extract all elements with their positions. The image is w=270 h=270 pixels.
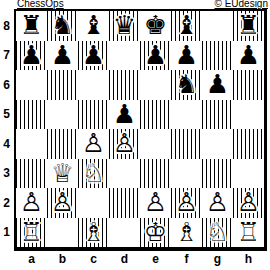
square-c5[interactable] bbox=[78, 100, 109, 130]
piece-white-rook-h1[interactable]: ♖ bbox=[237, 218, 260, 247]
square-h5[interactable] bbox=[233, 100, 264, 130]
piece-black-rook-a8[interactable]: ♜ bbox=[20, 11, 43, 40]
rank-label-5: 5 bbox=[0, 100, 13, 130]
rank-label-8: 8 bbox=[0, 11, 13, 41]
piece-black-pawn-b7[interactable]: ♟ bbox=[51, 41, 74, 70]
square-a2[interactable]: ♙ bbox=[16, 188, 47, 218]
square-f3[interactable] bbox=[171, 159, 202, 189]
square-g7[interactable] bbox=[202, 41, 233, 71]
piece-white-pawn-e2[interactable]: ♙ bbox=[144, 188, 167, 217]
square-h4[interactable] bbox=[233, 129, 264, 159]
square-b5[interactable] bbox=[47, 100, 78, 130]
square-b4[interactable] bbox=[47, 129, 78, 159]
square-c6[interactable] bbox=[78, 70, 109, 100]
square-b8[interactable]: ♞ bbox=[47, 11, 78, 41]
square-d6[interactable] bbox=[109, 70, 140, 100]
square-h7[interactable]: ♟ bbox=[233, 41, 264, 71]
square-e1[interactable]: ♔ bbox=[140, 218, 171, 248]
square-g1[interactable]: ♘ bbox=[202, 218, 233, 248]
piece-white-pawn-b2[interactable]: ♙ bbox=[51, 188, 74, 217]
square-h1[interactable]: ♖ bbox=[233, 218, 264, 248]
rank-label-6: 6 bbox=[0, 70, 13, 100]
square-b3[interactable]: ♕ bbox=[47, 159, 78, 189]
chessops-window: ChessOps © EUdesign 8 7 6 5 4 3 2 1 ♜♞♝♛… bbox=[0, 0, 270, 270]
square-b7[interactable]: ♟ bbox=[47, 41, 78, 71]
piece-black-pawn-c7[interactable]: ♟ bbox=[82, 41, 105, 70]
piece-white-pawn-f2[interactable]: ♙ bbox=[175, 188, 198, 217]
piece-black-pawn-f7[interactable]: ♟ bbox=[175, 41, 198, 70]
square-d2[interactable] bbox=[109, 188, 140, 218]
piece-black-pawn-e7[interactable]: ♟ bbox=[144, 41, 167, 70]
square-c1[interactable]: ♗ bbox=[78, 218, 109, 248]
piece-white-queen-b3[interactable]: ♕ bbox=[51, 159, 74, 188]
file-labels: a b c d e f g h bbox=[16, 250, 264, 268]
square-f4[interactable] bbox=[171, 129, 202, 159]
square-f8[interactable]: ♝ bbox=[171, 11, 202, 41]
square-c8[interactable]: ♝ bbox=[78, 11, 109, 41]
square-e8[interactable]: ♚ bbox=[140, 11, 171, 41]
piece-white-rook-a1[interactable]: ♖ bbox=[20, 218, 43, 247]
square-e6[interactable] bbox=[140, 70, 171, 100]
square-h8[interactable]: ♜ bbox=[233, 11, 264, 41]
square-a3[interactable] bbox=[16, 159, 47, 189]
rank-label-1: 1 bbox=[0, 218, 13, 248]
board: ♜♞♝♛♚♝♜♟♟♟♟♟♟♞♟♟♙♙♕♘♙♙♙♙♙♙♖♗♔♗♘♖ bbox=[14, 9, 267, 251]
piece-white-pawn-h2[interactable]: ♙ bbox=[237, 188, 260, 217]
square-g4[interactable] bbox=[202, 129, 233, 159]
rank-label-4: 4 bbox=[0, 129, 13, 159]
piece-white-bishop-f1[interactable]: ♗ bbox=[175, 218, 198, 247]
piece-black-pawn-g6[interactable]: ♟ bbox=[206, 70, 229, 99]
square-a8[interactable]: ♜ bbox=[16, 11, 47, 41]
piece-black-bishop-f8[interactable]: ♝ bbox=[175, 11, 198, 40]
square-h6[interactable] bbox=[233, 70, 264, 100]
piece-white-knight-c3[interactable]: ♘ bbox=[82, 159, 105, 188]
square-d3[interactable] bbox=[109, 159, 140, 189]
square-a7[interactable]: ♟ bbox=[16, 41, 47, 71]
square-d1[interactable] bbox=[109, 218, 140, 248]
file-label-d: d bbox=[109, 250, 140, 268]
square-c7[interactable]: ♟ bbox=[78, 41, 109, 71]
square-d7[interactable] bbox=[109, 41, 140, 71]
square-e3[interactable] bbox=[140, 159, 171, 189]
square-d5[interactable]: ♟ bbox=[109, 100, 140, 130]
square-f6[interactable]: ♞ bbox=[171, 70, 202, 100]
file-label-e: e bbox=[140, 250, 171, 268]
square-g2[interactable]: ♙ bbox=[202, 188, 233, 218]
square-g5[interactable] bbox=[202, 100, 233, 130]
square-c4[interactable]: ♙ bbox=[78, 129, 109, 159]
piece-black-pawn-a7[interactable]: ♟ bbox=[20, 41, 43, 70]
square-e2[interactable]: ♙ bbox=[140, 188, 171, 218]
square-b2[interactable]: ♙ bbox=[47, 188, 78, 218]
rank-labels: 8 7 6 5 4 3 2 1 bbox=[0, 11, 13, 247]
square-b1[interactable] bbox=[47, 218, 78, 248]
square-f1[interactable]: ♗ bbox=[171, 218, 202, 248]
square-f7[interactable]: ♟ bbox=[171, 41, 202, 71]
piece-black-pawn-d5[interactable]: ♟ bbox=[113, 100, 136, 129]
piece-black-knight-b8[interactable]: ♞ bbox=[51, 11, 74, 40]
piece-white-pawn-a2[interactable]: ♙ bbox=[20, 188, 43, 217]
square-h3[interactable] bbox=[233, 159, 264, 189]
square-f2[interactable]: ♙ bbox=[171, 188, 202, 218]
square-a6[interactable] bbox=[16, 70, 47, 100]
piece-black-pawn-h7[interactable]: ♟ bbox=[237, 41, 260, 70]
square-e7[interactable]: ♟ bbox=[140, 41, 171, 71]
file-label-c: c bbox=[78, 250, 109, 268]
rank-label-7: 7 bbox=[0, 41, 13, 71]
square-f5[interactable] bbox=[171, 100, 202, 130]
square-g6[interactable]: ♟ bbox=[202, 70, 233, 100]
square-h2[interactable]: ♙ bbox=[233, 188, 264, 218]
file-label-f: f bbox=[171, 250, 202, 268]
rank-label-3: 3 bbox=[0, 159, 13, 189]
square-c3[interactable]: ♘ bbox=[78, 159, 109, 189]
piece-black-knight-f6[interactable]: ♞ bbox=[175, 70, 198, 99]
file-label-b: b bbox=[47, 250, 78, 268]
piece-white-pawn-d4[interactable]: ♙ bbox=[113, 129, 136, 158]
square-g8[interactable] bbox=[202, 11, 233, 41]
square-a5[interactable] bbox=[16, 100, 47, 130]
square-a1[interactable]: ♖ bbox=[16, 218, 47, 248]
square-b6[interactable] bbox=[47, 70, 78, 100]
piece-white-knight-g1[interactable]: ♘ bbox=[206, 218, 229, 247]
file-label-g: g bbox=[202, 250, 233, 268]
piece-white-pawn-g2[interactable]: ♙ bbox=[206, 188, 229, 217]
square-c2[interactable] bbox=[78, 188, 109, 218]
piece-white-pawn-c4[interactable]: ♙ bbox=[82, 129, 105, 158]
rank-label-2: 2 bbox=[0, 188, 13, 218]
piece-black-queen-d8[interactable]: ♛ bbox=[113, 11, 136, 40]
piece-black-bishop-c8[interactable]: ♝ bbox=[82, 11, 105, 40]
file-label-a: a bbox=[16, 250, 47, 268]
square-d8[interactable]: ♛ bbox=[109, 11, 140, 41]
piece-white-king-e1[interactable]: ♔ bbox=[144, 218, 167, 247]
file-label-h: h bbox=[233, 250, 264, 268]
piece-black-king-e8[interactable]: ♚ bbox=[144, 11, 167, 40]
square-e5[interactable] bbox=[140, 100, 171, 130]
square-d4[interactable]: ♙ bbox=[109, 129, 140, 159]
square-g3[interactable] bbox=[202, 159, 233, 189]
piece-black-rook-h8[interactable]: ♜ bbox=[237, 11, 260, 40]
piece-white-bishop-c1[interactable]: ♗ bbox=[82, 218, 105, 247]
square-e4[interactable] bbox=[140, 129, 171, 159]
square-a4[interactable] bbox=[16, 129, 47, 159]
